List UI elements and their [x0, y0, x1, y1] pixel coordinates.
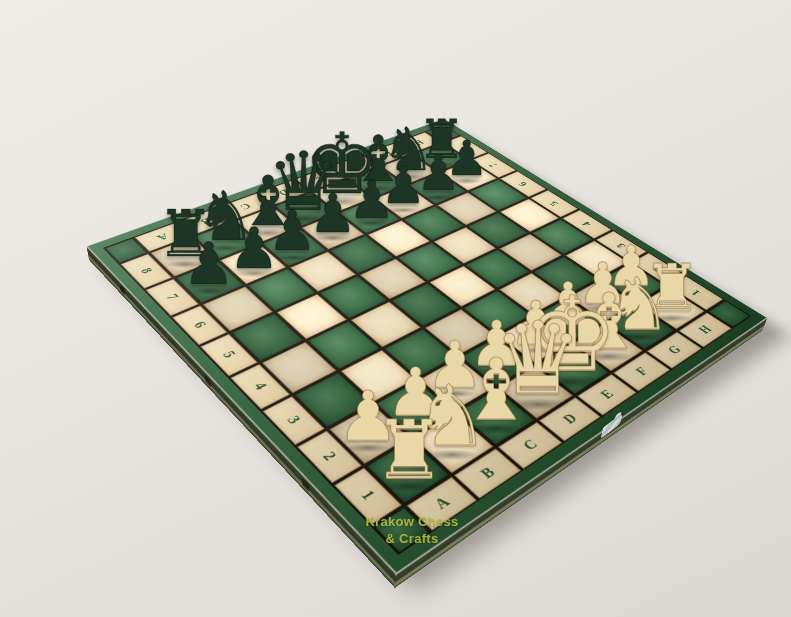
rank-label-4-left: 4: [230, 364, 290, 409]
edge-label-text: 4: [250, 380, 270, 392]
square-b2: [376, 381, 453, 437]
edge-label-text: H: [411, 139, 426, 147]
square-b3: [341, 350, 416, 402]
edge-label-text: H: [695, 323, 715, 336]
hinge-mark: [119, 284, 125, 296]
square-b4: [308, 321, 380, 369]
edge-label-text: 3: [614, 242, 628, 250]
file-label-c-near: C: [498, 422, 562, 469]
rank-label-6-left: 6: [172, 306, 227, 346]
square-a2: [329, 405, 409, 464]
edge-label-text: G: [380, 150, 395, 158]
edge-label-text: 8: [459, 144, 472, 150]
board-rim: ABCDEFGH8877665544332211ABCDEFGH: [87, 119, 767, 574]
square-a5: [231, 313, 303, 361]
edge-label-text: 2: [319, 449, 340, 463]
file-label-b-near: B: [454, 448, 521, 498]
edge-label-text: 6: [516, 181, 530, 188]
edge-label-text: E: [313, 175, 328, 184]
square-c1: [457, 389, 534, 445]
square-e2: [499, 317, 569, 364]
square-c3: [384, 329, 456, 378]
square-c4: [351, 302, 421, 348]
watermark-line1: Krakow Chess: [365, 514, 458, 531]
edge-label-text: 2: [650, 264, 664, 273]
square-c5: [319, 276, 387, 319]
file-label-e-near: E: [577, 374, 636, 415]
square-g1: [607, 305, 675, 349]
square-d4: [391, 283, 459, 326]
edge-label-text: 7: [163, 292, 182, 302]
edge-label-text: G: [664, 343, 684, 357]
rank-label-8-left: 8: [121, 254, 172, 289]
edge-label-text: 1: [357, 488, 378, 503]
edge-label-text: B: [477, 464, 499, 481]
edge-label-text: 8: [137, 266, 155, 275]
edge-label-text: 1: [689, 288, 704, 297]
edge-label-text: A: [155, 231, 172, 242]
square-a6: [203, 286, 273, 331]
file-label-h-near: H: [679, 313, 732, 348]
square-b1: [414, 413, 494, 473]
square-a3: [294, 372, 371, 427]
square-d2: [460, 337, 532, 386]
square-b5: [277, 294, 347, 339]
file-label-d-near: D: [539, 397, 601, 441]
edge-label-text: D: [559, 411, 580, 427]
watermark: Krakow Chess & Crafts: [365, 514, 458, 548]
hinge-mark: [205, 374, 211, 387]
edge-label-text: 3: [283, 413, 303, 426]
chess-board: ABCDEFGH8877665544332211ABCDEFGH: [87, 119, 767, 574]
edge-label-text: E: [597, 387, 617, 402]
square-f2: [535, 298, 603, 342]
edge-label-text: 5: [547, 200, 561, 207]
square-d3: [425, 309, 495, 355]
square-a4: [262, 342, 337, 393]
edge-label-text: 5: [219, 349, 238, 360]
edge-label-text: 6: [190, 320, 209, 331]
board-top-surface: ABCDEFGH8877665544332211ABCDEFGH: [87, 119, 767, 574]
square-d1: [498, 366, 573, 419]
hinge-mark: [302, 478, 309, 493]
watermark-line2: & Crafts: [365, 531, 458, 548]
edge-label-text: A: [431, 494, 454, 513]
board-grid: ABCDEFGH8877665544332211ABCDEFGH: [105, 126, 749, 553]
rank-label-5-left: 5: [200, 334, 257, 376]
square-a1: [367, 440, 450, 504]
square-b6: [248, 269, 316, 311]
edge-label-text: F: [632, 365, 651, 378]
file-label-g-near: G: [647, 332, 702, 369]
square-e1: [537, 345, 609, 395]
square-f1: [573, 324, 643, 371]
rank-label-7-left: 7: [146, 279, 199, 316]
board-grid-frame: ABCDEFGH8877665544332211ABCDEFGH: [103, 125, 752, 555]
edge-label-text: C: [238, 201, 254, 211]
rank-label-3-left: 3: [263, 396, 325, 445]
edge-label-text: C: [519, 437, 541, 454]
square-a7: [176, 261, 244, 303]
square-c2: [420, 358, 495, 410]
edge-label-text: D: [276, 188, 292, 197]
edge-label-text: 7: [487, 162, 500, 168]
square-e3: [463, 291, 531, 335]
file-label-f-near: F: [613, 352, 670, 391]
rank-label-2-left: 2: [297, 431, 362, 484]
edge-label-text: 4: [580, 220, 594, 228]
edge-label-text: F: [347, 162, 361, 170]
edge-label-text: B: [198, 216, 214, 226]
photo-stage: ABCDEFGH8877665544332211ABCDEFGH ♜♞♟♝♟♚♟…: [0, 0, 791, 617]
